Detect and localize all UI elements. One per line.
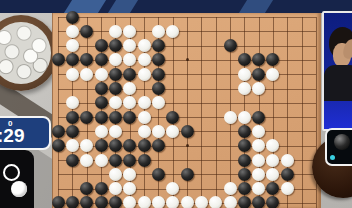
stone-black (109, 111, 122, 124)
black-stone-icon (334, 134, 350, 150)
stone-black (252, 111, 265, 124)
stone-white (166, 25, 179, 38)
stone-black (238, 125, 251, 138)
stone-white (123, 168, 136, 181)
stone-black (66, 11, 79, 24)
stone-black (109, 82, 122, 95)
stone-white (138, 196, 151, 208)
banner-accent (239, 0, 273, 13)
stone-black (152, 139, 165, 152)
stone-white (138, 111, 151, 124)
stone-black (152, 168, 165, 181)
score-panel (0, 150, 34, 208)
stone-white (166, 182, 179, 195)
stone-black (123, 139, 136, 152)
white-stone-outline-icon (3, 164, 20, 181)
stone-white (224, 111, 237, 124)
player-body (324, 65, 352, 101)
stone-white (80, 68, 93, 81)
stone-white (66, 25, 79, 38)
stone-black (152, 53, 165, 66)
stone-white (252, 168, 265, 181)
stone-black (66, 53, 79, 66)
stone-black (252, 68, 265, 81)
stone-white (95, 125, 108, 138)
stone-white (123, 182, 136, 195)
stone-white (66, 39, 79, 52)
stone-white (123, 53, 136, 66)
stone-white (80, 139, 93, 152)
stone-black (52, 196, 65, 208)
stone-black (166, 111, 179, 124)
stone-white (238, 82, 251, 95)
stone-white (66, 68, 79, 81)
stone-white (109, 182, 122, 195)
black-stone-indicator-box (325, 128, 352, 166)
stone-black (181, 168, 194, 181)
grid-line-horizontal (58, 17, 316, 18)
stone-white (109, 96, 122, 109)
stone-white (138, 96, 151, 109)
stone-black (80, 196, 93, 208)
stone-black (123, 111, 136, 124)
stone-white (109, 125, 122, 138)
stone-white (95, 154, 108, 167)
stone-black (123, 68, 136, 81)
stone-black (138, 139, 151, 152)
stone-black (52, 125, 65, 138)
stone-black (109, 196, 122, 208)
stone-white (281, 154, 294, 167)
stone-white (252, 154, 265, 167)
stone-black (266, 182, 279, 195)
stone-white (138, 53, 151, 66)
stone-white (166, 125, 179, 138)
stone-black (66, 154, 79, 167)
stone-white (224, 182, 237, 195)
stone-white (252, 125, 265, 138)
star-point (186, 58, 189, 61)
stone-white (252, 139, 265, 152)
stone-white (66, 139, 79, 152)
stone-white (252, 82, 265, 95)
stone-black (181, 125, 194, 138)
stone-white (123, 39, 136, 52)
broadcast-frame: 0 :29 (0, 0, 352, 208)
go-board (52, 13, 321, 208)
stone-black (66, 125, 79, 138)
stone-black (252, 196, 265, 208)
stone-white (209, 196, 222, 208)
stone-black (66, 111, 79, 124)
stone-black (109, 139, 122, 152)
stone-white (123, 96, 136, 109)
stone-black (95, 196, 108, 208)
stone-black (80, 182, 93, 195)
stone-black (224, 39, 237, 52)
stone-white (166, 196, 179, 208)
stone-white (109, 53, 122, 66)
stone-white (238, 111, 251, 124)
stone-black (95, 111, 108, 124)
banner-accent (108, 0, 138, 13)
stone-black (52, 139, 65, 152)
stone-white (109, 25, 122, 38)
stone-white (95, 68, 108, 81)
stone-black (266, 53, 279, 66)
stone-black (152, 82, 165, 95)
stone-black (80, 53, 93, 66)
stone-black (252, 53, 265, 66)
stone-black (95, 139, 108, 152)
stone-black (109, 39, 122, 52)
player-video-feed (322, 11, 352, 131)
stone-black (238, 154, 251, 167)
stone-white (266, 68, 279, 81)
stone-white (138, 68, 151, 81)
stone-white (152, 96, 165, 109)
stone-black (109, 68, 122, 81)
grid-line-horizontal (58, 31, 316, 32)
white-stone-icon (11, 181, 27, 197)
stone-white (80, 154, 93, 167)
stone-white (266, 139, 279, 152)
stone-white (152, 125, 165, 138)
stone-black (123, 154, 136, 167)
stone-white (181, 196, 194, 208)
stone-black (80, 111, 93, 124)
stone-white (281, 182, 294, 195)
stone-black (52, 53, 65, 66)
clock-time: :29 (0, 125, 24, 147)
stone-black (238, 182, 251, 195)
stone-black (109, 154, 122, 167)
stone-white (195, 196, 208, 208)
stone-white (66, 96, 79, 109)
stone-white (109, 168, 122, 181)
stone-black (266, 196, 279, 208)
stone-white (138, 39, 151, 52)
white-stone-bowl (0, 15, 58, 91)
stone-black (95, 182, 108, 195)
stone-black (152, 39, 165, 52)
stone-white (123, 25, 136, 38)
top-banner (0, 0, 352, 13)
stone-white (152, 25, 165, 38)
stone-white (238, 68, 251, 81)
stone-black (238, 196, 251, 208)
byoyomi-clock: 0 :29 (0, 116, 51, 150)
stone-white (152, 196, 165, 208)
stone-white (252, 182, 265, 195)
stone-white (123, 196, 136, 208)
star-point (186, 144, 189, 147)
stone-black (80, 25, 93, 38)
stone-black (95, 82, 108, 95)
stone-black (281, 168, 294, 181)
stone-black (66, 196, 79, 208)
white-stones-in-bowl (0, 22, 51, 84)
stone-black (95, 53, 108, 66)
stone-black (238, 53, 251, 66)
stone-white (266, 154, 279, 167)
stone-black (238, 168, 251, 181)
stone-black (95, 39, 108, 52)
stone-black (152, 68, 165, 81)
stone-white (224, 196, 237, 208)
stone-white (123, 82, 136, 95)
cyan-dot-icon (330, 155, 335, 160)
stone-black (238, 139, 251, 152)
stone-black (95, 96, 108, 109)
stone-black (138, 154, 151, 167)
stone-white (138, 125, 151, 138)
stone-white (266, 168, 279, 181)
